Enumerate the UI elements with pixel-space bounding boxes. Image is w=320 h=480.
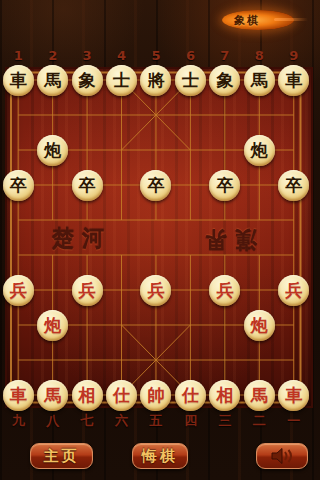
piece-black[interactable]: 將 [140,65,171,96]
piece-red[interactable]: 兵 [3,275,34,306]
piece-black[interactable]: 卒 [72,170,103,201]
coord-label: 六 [115,412,128,430]
piece-red[interactable]: 馬 [244,380,275,411]
piece-black[interactable]: 士 [175,65,206,96]
home-button[interactable]: 主页 [30,443,93,469]
piece-red[interactable]: 帥 [140,380,171,411]
coord-label: 7 [220,48,229,63]
coord-label: 6 [186,48,195,63]
piece-black[interactable]: 馬 [37,65,68,96]
coords-top: 123456789 [1,48,311,63]
app-logo: 象棋 [222,10,294,30]
piece-red[interactable]: 車 [3,380,34,411]
board-grid[interactable]: 車馬象士將士象馬車炮炮卒卒卒卒卒兵兵兵兵兵炮炮車馬相仕帥仕相馬車 [1,63,311,413]
piece-black[interactable]: 象 [72,65,103,96]
coord-label: 三 [218,412,231,430]
piece-red[interactable]: 馬 [37,380,68,411]
piece-red[interactable]: 相 [72,380,103,411]
coord-label: 九 [12,412,25,430]
piece-red[interactable]: 車 [278,380,309,411]
logo-text: 象棋 [234,13,260,28]
coord-label: 5 [151,48,160,63]
piece-red[interactable]: 仕 [175,380,206,411]
piece-black[interactable]: 炮 [244,135,275,166]
piece-red[interactable]: 相 [209,380,240,411]
piece-black[interactable]: 卒 [3,170,34,201]
speaker-icon [270,447,294,465]
flame-swoosh [274,18,308,21]
piece-black[interactable]: 卒 [140,170,171,201]
piece-black[interactable]: 卒 [278,170,309,201]
coord-label: 3 [83,48,92,63]
piece-red[interactable]: 兵 [140,275,171,306]
coord-label: 8 [255,48,264,63]
coord-label: 9 [289,48,298,63]
piece-black[interactable]: 車 [3,65,34,96]
undo-button[interactable]: 悔棋 [132,443,188,469]
piece-black[interactable]: 卒 [209,170,240,201]
coord-label: 五 [149,412,162,430]
coord-label: 八 [46,412,59,430]
sound-button[interactable] [256,443,308,469]
piece-red[interactable]: 兵 [72,275,103,306]
coord-label: 四 [184,412,197,430]
piece-red[interactable]: 兵 [209,275,240,306]
piece-red[interactable]: 兵 [278,275,309,306]
coord-label: 4 [117,48,126,63]
piece-red[interactable]: 炮 [37,310,68,341]
piece-black[interactable]: 象 [209,65,240,96]
coord-label: 七 [81,412,94,430]
piece-black[interactable]: 士 [106,65,137,96]
coord-label: 一 [287,412,300,430]
piece-black[interactable]: 炮 [37,135,68,166]
coord-label: 二 [253,412,266,430]
piece-red[interactable]: 炮 [244,310,275,341]
coords-bottom: 九八七六五四三二一 [1,412,311,430]
coord-label: 2 [48,48,57,63]
coord-label: 1 [14,48,23,63]
piece-red[interactable]: 仕 [106,380,137,411]
piece-black[interactable]: 馬 [244,65,275,96]
piece-black[interactable]: 車 [278,65,309,96]
